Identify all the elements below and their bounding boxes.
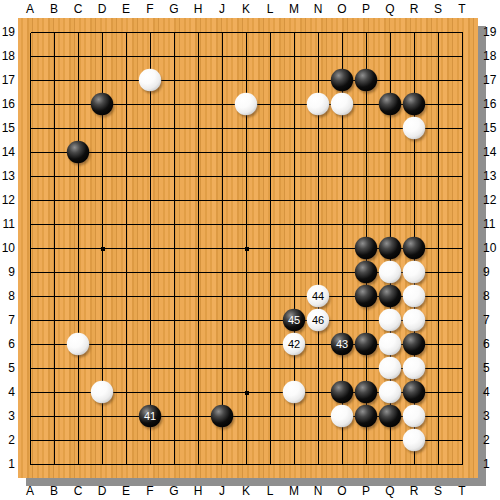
coord-label-top-B: B	[42, 0, 66, 18]
stone-black-Q16	[379, 93, 401, 115]
stone-white-Q5	[379, 357, 401, 379]
stone-black-D16	[91, 93, 113, 115]
go-diagram: 444546424341 AABBCCDDEEFFGGHHJJKKLLMMNNO…	[0, 0, 500, 500]
coord-label-bottom-B: B	[42, 482, 66, 500]
coord-label-left-19: 19	[0, 23, 15, 41]
coord-label-top-S: S	[426, 0, 450, 18]
stone-black-O4	[331, 381, 353, 403]
stone-black-C14	[67, 141, 89, 163]
coord-label-bottom-S: S	[426, 482, 450, 500]
move-number-42: 42	[288, 338, 300, 350]
stone-white-N16	[307, 93, 329, 115]
coord-label-left-10: 10	[0, 239, 15, 257]
coord-label-right-5: 5	[483, 359, 500, 377]
coord-label-bottom-J: J	[210, 482, 234, 500]
coord-label-left-1: 1	[0, 455, 15, 473]
stone-white-Q4	[379, 381, 401, 403]
stone-black-Q10	[379, 237, 401, 259]
stone-black-R10	[403, 237, 425, 259]
stone-white-K16	[235, 93, 257, 115]
coord-label-right-18: 18	[483, 47, 500, 65]
coord-label-top-P: P	[354, 0, 378, 18]
coord-label-bottom-F: F	[138, 482, 162, 500]
coord-label-right-6: 6	[483, 335, 500, 353]
coord-label-left-11: 11	[0, 215, 15, 233]
stone-white-R3	[403, 405, 425, 427]
stone-black-R16	[403, 93, 425, 115]
coord-label-top-J: J	[210, 0, 234, 18]
coord-label-left-15: 15	[0, 119, 15, 137]
stone-black-J3	[211, 405, 233, 427]
stone-white-Q9	[379, 261, 401, 283]
coord-label-right-10: 10	[483, 239, 500, 257]
stone-white-R2	[403, 429, 425, 451]
star-point-D10	[101, 247, 105, 251]
coord-label-left-2: 2	[0, 431, 15, 449]
stone-black-P4	[355, 381, 377, 403]
coord-label-top-E: E	[114, 0, 138, 18]
stone-white-R15	[403, 117, 425, 139]
stone-white-R5	[403, 357, 425, 379]
coord-label-bottom-G: G	[162, 482, 186, 500]
coord-label-right-4: 4	[483, 383, 500, 401]
coord-label-right-3: 3	[483, 407, 500, 425]
stone-white-M4	[283, 381, 305, 403]
coord-label-right-8: 8	[483, 287, 500, 305]
coord-label-bottom-H: H	[186, 482, 210, 500]
coord-label-right-17: 17	[483, 71, 500, 89]
coord-label-left-14: 14	[0, 143, 15, 161]
stone-white-O16	[331, 93, 353, 115]
coord-label-bottom-R: R	[402, 482, 426, 500]
coord-label-left-17: 17	[0, 71, 15, 89]
coord-label-bottom-N: N	[306, 482, 330, 500]
move-number-41: 41	[144, 410, 156, 422]
coord-label-right-9: 9	[483, 263, 500, 281]
coord-label-bottom-O: O	[330, 482, 354, 500]
coord-label-left-8: 8	[0, 287, 15, 305]
coord-label-left-18: 18	[0, 47, 15, 65]
coord-label-bottom-E: E	[114, 482, 138, 500]
coord-label-right-13: 13	[483, 167, 500, 185]
coord-label-top-A: A	[18, 0, 42, 18]
star-point-K10	[245, 247, 249, 251]
coord-label-top-F: F	[138, 0, 162, 18]
coord-label-bottom-C: C	[66, 482, 90, 500]
coord-label-right-16: 16	[483, 95, 500, 113]
stone-white-Q7	[379, 309, 401, 331]
board-grid-and-stones: 444546424341	[0, 0, 500, 500]
coord-label-top-H: H	[186, 0, 210, 18]
coord-label-bottom-M: M	[282, 482, 306, 500]
stone-black-P9	[355, 261, 377, 283]
stone-black-P8	[355, 285, 377, 307]
coord-label-left-9: 9	[0, 263, 15, 281]
coord-label-right-11: 11	[483, 215, 500, 233]
stone-white-O3	[331, 405, 353, 427]
coord-label-top-T: T	[450, 0, 474, 18]
coord-label-left-3: 3	[0, 407, 15, 425]
move-number-46: 46	[312, 314, 324, 326]
coord-label-left-12: 12	[0, 191, 15, 209]
stone-black-P3	[355, 405, 377, 427]
coord-label-top-G: G	[162, 0, 186, 18]
coord-label-top-D: D	[90, 0, 114, 18]
stone-black-O17	[331, 69, 353, 91]
coord-label-bottom-P: P	[354, 482, 378, 500]
stone-white-F17	[139, 69, 161, 91]
coord-label-right-19: 19	[483, 23, 500, 41]
stone-black-Q8	[379, 285, 401, 307]
coord-label-top-M: M	[282, 0, 306, 18]
coord-label-bottom-Q: Q	[378, 482, 402, 500]
coord-label-left-6: 6	[0, 335, 15, 353]
move-number-45: 45	[288, 314, 300, 326]
coord-label-top-R: R	[402, 0, 426, 18]
coord-label-bottom-L: L	[258, 482, 282, 500]
coord-label-left-5: 5	[0, 359, 15, 377]
coord-label-bottom-K: K	[234, 482, 258, 500]
stone-black-P17	[355, 69, 377, 91]
coord-label-right-14: 14	[483, 143, 500, 161]
coord-label-top-Q: Q	[378, 0, 402, 18]
coord-label-left-7: 7	[0, 311, 15, 329]
coord-label-top-L: L	[258, 0, 282, 18]
stone-white-C6	[67, 333, 89, 355]
stone-black-R6	[403, 333, 425, 355]
coord-label-top-C: C	[66, 0, 90, 18]
coord-label-left-13: 13	[0, 167, 15, 185]
coord-label-right-12: 12	[483, 191, 500, 209]
coord-label-bottom-D: D	[90, 482, 114, 500]
stone-white-Q6	[379, 333, 401, 355]
coord-label-top-N: N	[306, 0, 330, 18]
stone-white-R9	[403, 261, 425, 283]
coord-label-right-7: 7	[483, 311, 500, 329]
stone-black-R4	[403, 381, 425, 403]
coord-label-bottom-T: T	[450, 482, 474, 500]
coord-label-right-15: 15	[483, 119, 500, 137]
coord-label-left-4: 4	[0, 383, 15, 401]
move-number-43: 43	[336, 338, 348, 350]
stone-white-R7	[403, 309, 425, 331]
stone-black-P10	[355, 237, 377, 259]
coord-label-right-2: 2	[483, 431, 500, 449]
coord-label-bottom-A: A	[18, 482, 42, 500]
coord-label-left-16: 16	[0, 95, 15, 113]
star-point-K4	[245, 391, 249, 395]
stone-white-R8	[403, 285, 425, 307]
stone-black-P6	[355, 333, 377, 355]
stone-black-Q3	[379, 405, 401, 427]
coord-label-top-K: K	[234, 0, 258, 18]
coord-label-right-1: 1	[483, 455, 500, 473]
coord-label-top-O: O	[330, 0, 354, 18]
move-number-44: 44	[312, 290, 324, 302]
stone-white-D4	[91, 381, 113, 403]
